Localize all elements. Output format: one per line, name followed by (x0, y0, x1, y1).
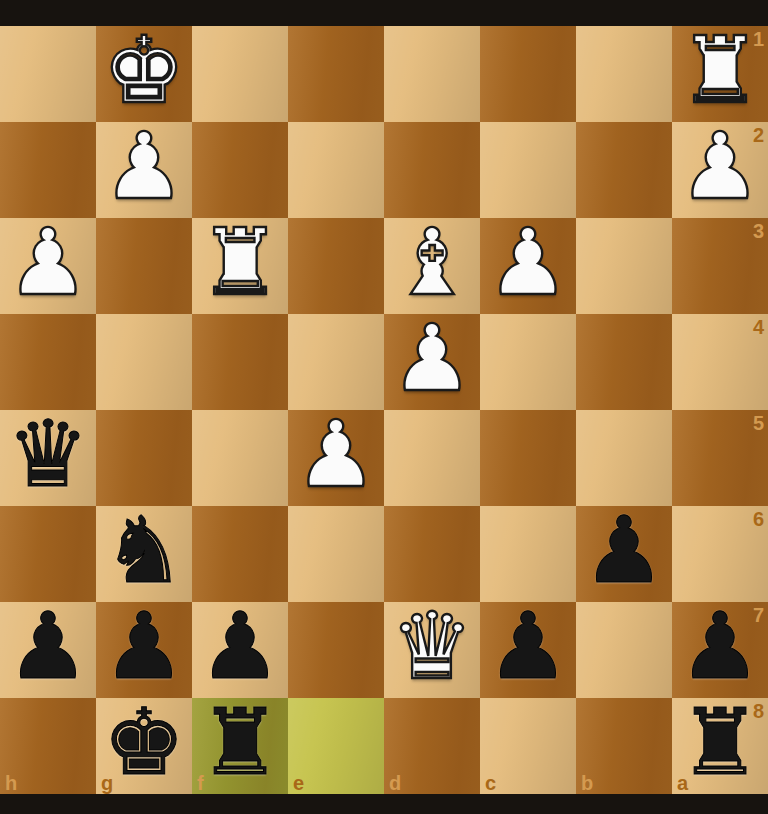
square-b2[interactable] (576, 122, 672, 218)
square-h4[interactable] (0, 314, 96, 410)
square-g6[interactable]: ♞︎ (96, 506, 192, 602)
square-c2[interactable] (480, 122, 576, 218)
white-pawn[interactable]: ♟︎ (679, 119, 761, 215)
square-h7[interactable]: ♟︎ (0, 602, 96, 698)
white-rook[interactable]: ♜︎ (679, 23, 761, 119)
square-b7[interactable] (576, 602, 672, 698)
square-a5[interactable]: 5 (672, 410, 768, 506)
square-g2[interactable]: ♟︎ (96, 122, 192, 218)
white-king[interactable]: ♚︎ (103, 23, 185, 119)
square-f7[interactable]: ♟︎ (192, 602, 288, 698)
square-e1[interactable] (288, 26, 384, 122)
square-a7[interactable]: 7♟︎ (672, 602, 768, 698)
rank-label-3: 3 (753, 221, 764, 241)
square-e4[interactable] (288, 314, 384, 410)
square-h8[interactable]: h (0, 698, 96, 794)
rank-label-5: 5 (753, 413, 764, 433)
square-c5[interactable] (480, 410, 576, 506)
square-e5[interactable]: ♟︎ (288, 410, 384, 506)
square-b4[interactable] (576, 314, 672, 410)
square-e8[interactable]: e (288, 698, 384, 794)
square-h2[interactable] (0, 122, 96, 218)
square-c3[interactable]: ♟︎ (480, 218, 576, 314)
white-pawn[interactable]: ♟︎ (295, 407, 377, 503)
square-h5[interactable]: ♛︎ (0, 410, 96, 506)
black-pawn[interactable]: ♟︎ (103, 599, 185, 695)
square-c1[interactable] (480, 26, 576, 122)
square-d8[interactable]: d (384, 698, 480, 794)
square-a8[interactable]: 8a♜︎ (672, 698, 768, 794)
square-f1[interactable] (192, 26, 288, 122)
square-d4[interactable]: ♟︎ (384, 314, 480, 410)
square-g8[interactable]: g♚︎ (96, 698, 192, 794)
black-rook[interactable]: ♜︎ (679, 695, 761, 791)
black-pawn[interactable]: ♟︎ (583, 503, 665, 599)
square-g7[interactable]: ♟︎ (96, 602, 192, 698)
square-c6[interactable] (480, 506, 576, 602)
square-a2[interactable]: 2♟︎ (672, 122, 768, 218)
square-c8[interactable]: c (480, 698, 576, 794)
square-f8[interactable]: f♜︎ (192, 698, 288, 794)
square-d2[interactable] (384, 122, 480, 218)
square-d7[interactable]: ♛︎ (384, 602, 480, 698)
white-pawn[interactable]: ♟︎ (391, 311, 473, 407)
black-pawn[interactable]: ♟︎ (199, 599, 281, 695)
square-c7[interactable]: ♟︎ (480, 602, 576, 698)
square-e3[interactable] (288, 218, 384, 314)
square-b6[interactable]: ♟︎ (576, 506, 672, 602)
square-e7[interactable] (288, 602, 384, 698)
square-h6[interactable] (0, 506, 96, 602)
white-rook[interactable]: ♜︎ (199, 215, 281, 311)
square-h1[interactable] (0, 26, 96, 122)
file-label-e: e (293, 773, 304, 793)
file-label-c: c (485, 773, 496, 793)
white-pawn[interactable]: ♟︎ (103, 119, 185, 215)
square-b5[interactable] (576, 410, 672, 506)
black-king[interactable]: ♚︎ (103, 695, 185, 791)
rank-label-4: 4 (753, 317, 764, 337)
square-g3[interactable] (96, 218, 192, 314)
square-g4[interactable] (96, 314, 192, 410)
file-label-h: h (5, 773, 17, 793)
square-e2[interactable] (288, 122, 384, 218)
file-label-b: b (581, 773, 593, 793)
square-g5[interactable] (96, 410, 192, 506)
square-f6[interactable] (192, 506, 288, 602)
square-f5[interactable] (192, 410, 288, 506)
square-g1[interactable]: ♚︎ (96, 26, 192, 122)
square-d1[interactable] (384, 26, 480, 122)
black-pawn[interactable]: ♟︎ (7, 599, 89, 695)
square-b8[interactable]: b (576, 698, 672, 794)
white-pawn[interactable]: ♟︎ (7, 215, 89, 311)
square-a1[interactable]: 1♜︎ (672, 26, 768, 122)
rank-label-6: 6 (753, 509, 764, 529)
white-pawn[interactable]: ♟︎ (487, 215, 569, 311)
square-h3[interactable]: ♟︎ (0, 218, 96, 314)
white-queen[interactable]: ♛︎ (391, 599, 473, 695)
square-b1[interactable] (576, 26, 672, 122)
square-a4[interactable]: 4 (672, 314, 768, 410)
black-rook[interactable]: ♜︎ (199, 695, 281, 791)
chess-board: ♚︎1♜︎♟︎2♟︎♟︎♜︎♝︎♟︎3♟︎4♛︎♟︎5♞︎♟︎6♟︎♟︎♟︎♛︎… (0, 26, 768, 794)
square-d3[interactable]: ♝︎ (384, 218, 480, 314)
square-a3[interactable]: 3 (672, 218, 768, 314)
square-c4[interactable] (480, 314, 576, 410)
black-queen[interactable]: ♛︎ (7, 407, 89, 503)
black-pawn[interactable]: ♟︎ (679, 599, 761, 695)
square-d6[interactable] (384, 506, 480, 602)
black-knight[interactable]: ♞︎ (103, 503, 185, 599)
square-d5[interactable] (384, 410, 480, 506)
square-e6[interactable] (288, 506, 384, 602)
bottom-bar (0, 794, 768, 814)
square-b3[interactable] (576, 218, 672, 314)
file-label-d: d (389, 773, 401, 793)
black-pawn[interactable]: ♟︎ (487, 599, 569, 695)
square-a6[interactable]: 6 (672, 506, 768, 602)
square-f2[interactable] (192, 122, 288, 218)
square-f3[interactable]: ♜︎ (192, 218, 288, 314)
white-bishop[interactable]: ♝︎ (391, 215, 473, 311)
square-f4[interactable] (192, 314, 288, 410)
